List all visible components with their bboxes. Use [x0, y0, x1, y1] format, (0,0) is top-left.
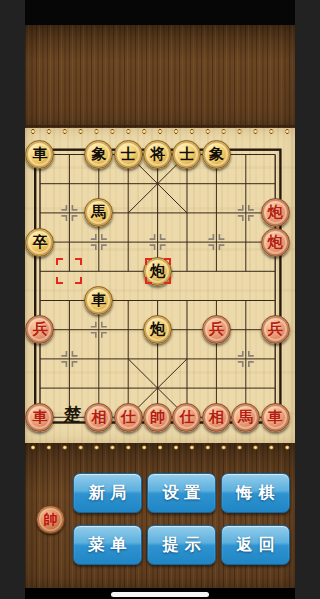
- turn-indicator-red-king: 帥: [36, 505, 65, 534]
- piece-black-馬[interactable]: 馬: [84, 198, 113, 227]
- piece-black-士[interactable]: 士: [114, 140, 143, 169]
- stud-strip-bottom: [25, 443, 295, 452]
- piece-black-象[interactable]: 象: [84, 140, 113, 169]
- piece-red-炮[interactable]: 炮: [261, 198, 290, 227]
- piece-grid: 車象士将士象馬炮卒炮炮車兵炮兵兵車相仕帥仕相馬車: [25, 140, 290, 432]
- piece-red-兵[interactable]: 兵: [25, 315, 54, 344]
- piece-black-卒[interactable]: 卒: [25, 228, 54, 257]
- xiangqi-app-screen: 楚河 漢界 車象士将士象馬炮卒炮炮車兵炮兵兵車相仕帥仕相馬車 帥 新局 设置 悔…: [25, 0, 295, 599]
- stud-strip-top: [25, 125, 295, 136]
- dark-wood-panel-top: [25, 25, 295, 128]
- piece-red-兵[interactable]: 兵: [202, 315, 231, 344]
- back-button[interactable]: 返回: [221, 525, 290, 565]
- piece-red-仕[interactable]: 仕: [114, 403, 143, 432]
- piece-red-仕[interactable]: 仕: [172, 403, 201, 432]
- new-game-button[interactable]: 新局: [73, 473, 142, 513]
- piece-red-相[interactable]: 相: [202, 403, 231, 432]
- piece-red-車[interactable]: 車: [261, 403, 290, 432]
- piece-red-帥[interactable]: 帥: [143, 403, 172, 432]
- piece-red-兵[interactable]: 兵: [261, 315, 290, 344]
- piece-black-車[interactable]: 車: [84, 286, 113, 315]
- home-indicator[interactable]: [111, 592, 209, 597]
- undo-move-button[interactable]: 悔棋: [221, 473, 290, 513]
- status-bar: [25, 0, 295, 25]
- piece-red-車[interactable]: 車: [25, 403, 54, 432]
- piece-red-相[interactable]: 相: [84, 403, 113, 432]
- piece-red-炮[interactable]: 炮: [261, 228, 290, 257]
- menu-button[interactable]: 菜单: [73, 525, 142, 565]
- piece-black-士[interactable]: 士: [172, 140, 201, 169]
- piece-black-炮[interactable]: 炮: [143, 315, 172, 344]
- piece-black-炮[interactable]: 炮: [143, 257, 172, 286]
- settings-button[interactable]: 设置: [147, 473, 216, 513]
- piece-black-将[interactable]: 将: [143, 140, 172, 169]
- move-from-marker: [56, 258, 82, 284]
- piece-black-象[interactable]: 象: [202, 140, 231, 169]
- piece-red-馬[interactable]: 馬: [231, 403, 260, 432]
- dark-wood-panel-bottom: [25, 443, 295, 588]
- piece-black-車[interactable]: 車: [25, 140, 54, 169]
- hint-button[interactable]: 提示: [147, 525, 216, 565]
